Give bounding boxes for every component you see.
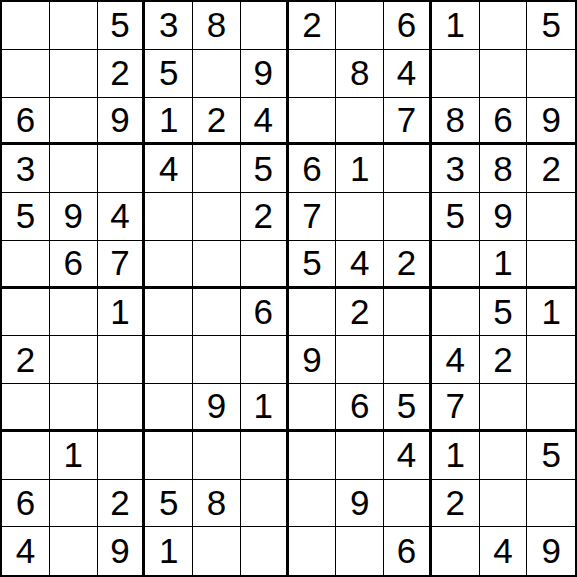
given-cell-r12c1[interactable]: 4 bbox=[2, 527, 50, 575]
empty-cell-r6c6[interactable] bbox=[241, 241, 289, 289]
given-cell-r11c1[interactable]: 6 bbox=[2, 480, 50, 528]
given-cell-r5c10[interactable]: 5 bbox=[432, 193, 480, 241]
empty-cell-r5c4[interactable] bbox=[145, 193, 193, 241]
empty-cell-r12c5[interactable] bbox=[193, 527, 241, 575]
empty-cell-r7c10[interactable] bbox=[432, 289, 480, 337]
given-cell-r3c10[interactable]: 8 bbox=[432, 98, 480, 146]
empty-cell-r8c4[interactable] bbox=[145, 336, 193, 384]
empty-cell-r7c9[interactable] bbox=[384, 289, 432, 337]
empty-cell-r11c7[interactable] bbox=[289, 480, 337, 528]
empty-cell-r12c6[interactable] bbox=[241, 527, 289, 575]
given-cell-r10c12[interactable]: 5 bbox=[527, 432, 575, 480]
given-cell-r11c10[interactable]: 2 bbox=[432, 480, 480, 528]
given-cell-r4c11[interactable]: 8 bbox=[480, 145, 528, 193]
empty-cell-r8c9[interactable] bbox=[384, 336, 432, 384]
empty-cell-r7c1[interactable] bbox=[2, 289, 50, 337]
empty-cell-r2c5[interactable] bbox=[193, 50, 241, 98]
empty-cell-r5c9[interactable] bbox=[384, 193, 432, 241]
empty-cell-r10c4[interactable] bbox=[145, 432, 193, 480]
empty-cell-r7c5[interactable] bbox=[193, 289, 241, 337]
given-cell-r3c5[interactable]: 2 bbox=[193, 98, 241, 146]
given-cell-r4c12[interactable]: 2 bbox=[527, 145, 575, 193]
given-cell-r9c10[interactable]: 7 bbox=[432, 384, 480, 432]
empty-cell-r10c5[interactable] bbox=[193, 432, 241, 480]
given-cell-r6c7[interactable]: 5 bbox=[289, 241, 337, 289]
empty-cell-r9c7[interactable] bbox=[289, 384, 337, 432]
empty-cell-r6c4[interactable] bbox=[145, 241, 193, 289]
empty-cell-r9c1[interactable] bbox=[2, 384, 50, 432]
given-cell-r3c11[interactable]: 6 bbox=[480, 98, 528, 146]
given-cell-r4c1[interactable]: 3 bbox=[2, 145, 50, 193]
given-cell-r9c6[interactable]: 1 bbox=[241, 384, 289, 432]
given-cell-r3c1[interactable]: 6 bbox=[2, 98, 50, 146]
empty-cell-r9c2[interactable] bbox=[50, 384, 98, 432]
empty-cell-r1c2[interactable] bbox=[50, 2, 98, 50]
given-cell-r11c3[interactable]: 2 bbox=[98, 480, 146, 528]
empty-cell-r7c4[interactable] bbox=[145, 289, 193, 337]
empty-cell-r8c8[interactable] bbox=[336, 336, 384, 384]
sudoku-page: 5382615259846912478693456138259427596754… bbox=[0, 0, 577, 577]
given-cell-r8c7[interactable]: 9 bbox=[289, 336, 337, 384]
given-cell-r1c3[interactable]: 5 bbox=[98, 2, 146, 50]
given-cell-r5c7[interactable]: 7 bbox=[289, 193, 337, 241]
empty-cell-r1c1[interactable] bbox=[2, 2, 50, 50]
given-cell-r4c8[interactable]: 1 bbox=[336, 145, 384, 193]
empty-cell-r2c12[interactable] bbox=[527, 50, 575, 98]
empty-cell-r12c7[interactable] bbox=[289, 527, 337, 575]
given-cell-r12c9[interactable]: 6 bbox=[384, 527, 432, 575]
given-cell-r7c3[interactable]: 1 bbox=[98, 289, 146, 337]
given-cell-r3c12[interactable]: 9 bbox=[527, 98, 575, 146]
empty-cell-r4c9[interactable] bbox=[384, 145, 432, 193]
given-cell-r5c2[interactable]: 9 bbox=[50, 193, 98, 241]
empty-cell-r3c7[interactable] bbox=[289, 98, 337, 146]
given-cell-r11c5[interactable]: 8 bbox=[193, 480, 241, 528]
empty-cell-r9c4[interactable] bbox=[145, 384, 193, 432]
given-cell-r9c5[interactable]: 9 bbox=[193, 384, 241, 432]
empty-cell-r10c6[interactable] bbox=[241, 432, 289, 480]
empty-cell-r6c5[interactable] bbox=[193, 241, 241, 289]
empty-cell-r2c2[interactable] bbox=[50, 50, 98, 98]
given-cell-r12c12[interactable]: 9 bbox=[527, 527, 575, 575]
given-cell-r5c1[interactable]: 5 bbox=[2, 193, 50, 241]
empty-cell-r5c12[interactable] bbox=[527, 193, 575, 241]
given-cell-r8c11[interactable]: 2 bbox=[480, 336, 528, 384]
empty-cell-r2c11[interactable] bbox=[480, 50, 528, 98]
empty-cell-r10c8[interactable] bbox=[336, 432, 384, 480]
empty-cell-r8c12[interactable] bbox=[527, 336, 575, 384]
given-cell-r8c1[interactable]: 2 bbox=[2, 336, 50, 384]
given-cell-r9c9[interactable]: 5 bbox=[384, 384, 432, 432]
empty-cell-r11c12[interactable] bbox=[527, 480, 575, 528]
given-cell-r7c11[interactable]: 5 bbox=[480, 289, 528, 337]
empty-cell-r3c8[interactable] bbox=[336, 98, 384, 146]
given-cell-r2c8[interactable]: 8 bbox=[336, 50, 384, 98]
empty-cell-r2c7[interactable] bbox=[289, 50, 337, 98]
empty-cell-r4c5[interactable] bbox=[193, 145, 241, 193]
empty-cell-r8c6[interactable] bbox=[241, 336, 289, 384]
empty-cell-r2c10[interactable] bbox=[432, 50, 480, 98]
given-cell-r11c8[interactable]: 9 bbox=[336, 480, 384, 528]
empty-cell-r12c2[interactable] bbox=[50, 527, 98, 575]
given-cell-r6c3[interactable]: 7 bbox=[98, 241, 146, 289]
empty-cell-r11c11[interactable] bbox=[480, 480, 528, 528]
given-cell-r10c2[interactable]: 1 bbox=[50, 432, 98, 480]
empty-cell-r10c3[interactable] bbox=[98, 432, 146, 480]
empty-cell-r1c6[interactable] bbox=[241, 2, 289, 50]
given-cell-r5c3[interactable]: 4 bbox=[98, 193, 146, 241]
given-cell-r5c6[interactable]: 2 bbox=[241, 193, 289, 241]
given-cell-r1c10[interactable]: 1 bbox=[432, 2, 480, 50]
given-cell-r10c9[interactable]: 4 bbox=[384, 432, 432, 480]
empty-cell-r8c3[interactable] bbox=[98, 336, 146, 384]
given-cell-r6c11[interactable]: 1 bbox=[480, 241, 528, 289]
given-cell-r3c4[interactable]: 1 bbox=[145, 98, 193, 146]
given-cell-r3c6[interactable]: 4 bbox=[241, 98, 289, 146]
empty-cell-r10c7[interactable] bbox=[289, 432, 337, 480]
given-cell-r11c4[interactable]: 5 bbox=[145, 480, 193, 528]
empty-cell-r4c3[interactable] bbox=[98, 145, 146, 193]
empty-cell-r7c2[interactable] bbox=[50, 289, 98, 337]
given-cell-r4c10[interactable]: 3 bbox=[432, 145, 480, 193]
given-cell-r4c6[interactable]: 5 bbox=[241, 145, 289, 193]
given-cell-r6c8[interactable]: 4 bbox=[336, 241, 384, 289]
given-cell-r1c9[interactable]: 6 bbox=[384, 2, 432, 50]
empty-cell-r11c9[interactable] bbox=[384, 480, 432, 528]
empty-cell-r5c8[interactable] bbox=[336, 193, 384, 241]
empty-cell-r5c5[interactable] bbox=[193, 193, 241, 241]
given-cell-r2c9[interactable]: 4 bbox=[384, 50, 432, 98]
given-cell-r12c3[interactable]: 9 bbox=[98, 527, 146, 575]
given-cell-r2c4[interactable]: 5 bbox=[145, 50, 193, 98]
given-cell-r9c8[interactable]: 6 bbox=[336, 384, 384, 432]
given-cell-r1c12[interactable]: 5 bbox=[527, 2, 575, 50]
empty-cell-r10c1[interactable] bbox=[2, 432, 50, 480]
empty-cell-r2c1[interactable] bbox=[2, 50, 50, 98]
given-cell-r2c3[interactable]: 2 bbox=[98, 50, 146, 98]
given-cell-r7c12[interactable]: 1 bbox=[527, 289, 575, 337]
empty-cell-r9c12[interactable] bbox=[527, 384, 575, 432]
empty-cell-r12c10[interactable] bbox=[432, 527, 480, 575]
sudoku-board: 5382615259846912478693456138259427596754… bbox=[0, 0, 577, 577]
given-cell-r4c7[interactable]: 6 bbox=[289, 145, 337, 193]
empty-cell-r9c11[interactable] bbox=[480, 384, 528, 432]
empty-cell-r7c7[interactable] bbox=[289, 289, 337, 337]
given-cell-r3c9[interactable]: 7 bbox=[384, 98, 432, 146]
given-cell-r5c11[interactable]: 9 bbox=[480, 193, 528, 241]
empty-cell-r1c8[interactable] bbox=[336, 2, 384, 50]
given-cell-r12c4[interactable]: 1 bbox=[145, 527, 193, 575]
given-cell-r6c9[interactable]: 2 bbox=[384, 241, 432, 289]
empty-cell-r8c5[interactable] bbox=[193, 336, 241, 384]
empty-cell-r10c11[interactable] bbox=[480, 432, 528, 480]
given-cell-r4c4[interactable]: 4 bbox=[145, 145, 193, 193]
empty-cell-r11c2[interactable] bbox=[50, 480, 98, 528]
empty-cell-r6c1[interactable] bbox=[2, 241, 50, 289]
empty-cell-r12c8[interactable] bbox=[336, 527, 384, 575]
empty-cell-r8c2[interactable] bbox=[50, 336, 98, 384]
given-cell-r1c5[interactable]: 8 bbox=[193, 2, 241, 50]
given-cell-r6c2[interactable]: 6 bbox=[50, 241, 98, 289]
empty-cell-r9c3[interactable] bbox=[98, 384, 146, 432]
given-cell-r12c11[interactable]: 4 bbox=[480, 527, 528, 575]
given-cell-r10c10[interactable]: 1 bbox=[432, 432, 480, 480]
given-cell-r7c8[interactable]: 2 bbox=[336, 289, 384, 337]
empty-cell-r6c10[interactable] bbox=[432, 241, 480, 289]
empty-cell-r4c2[interactable] bbox=[50, 145, 98, 193]
given-cell-r8c10[interactable]: 4 bbox=[432, 336, 480, 384]
empty-cell-r6c12[interactable] bbox=[527, 241, 575, 289]
empty-cell-r3c2[interactable] bbox=[50, 98, 98, 146]
empty-cell-r1c11[interactable] bbox=[480, 2, 528, 50]
empty-cell-r11c6[interactable] bbox=[241, 480, 289, 528]
given-cell-r1c7[interactable]: 2 bbox=[289, 2, 337, 50]
given-cell-r3c3[interactable]: 9 bbox=[98, 98, 146, 146]
given-cell-r2c6[interactable]: 9 bbox=[241, 50, 289, 98]
given-cell-r1c4[interactable]: 3 bbox=[145, 2, 193, 50]
given-cell-r7c6[interactable]: 6 bbox=[241, 289, 289, 337]
